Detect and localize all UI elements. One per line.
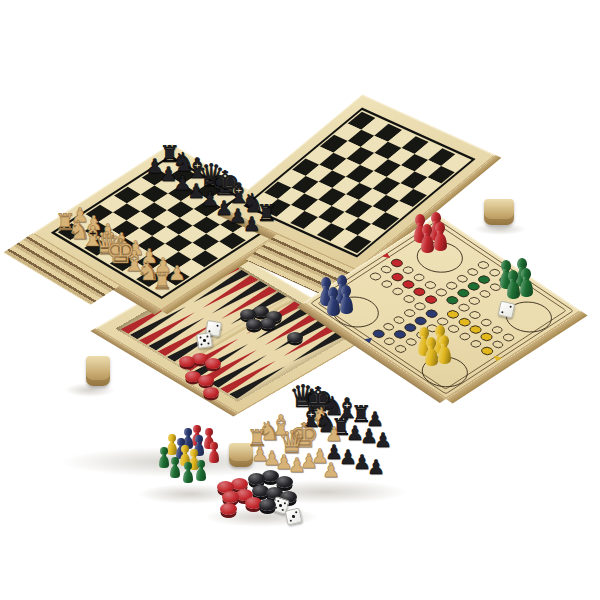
loose-disc-red[interactable]	[220, 503, 237, 515]
loose-chess-black-pawn[interactable]: ♟	[374, 430, 392, 450]
pawn-body	[340, 297, 353, 314]
ludo-pawn-yellow[interactable]	[438, 335, 451, 364]
chess-piece-black-p[interactable]: ♟	[243, 214, 261, 234]
ludo-pawn-blue[interactable]	[327, 287, 340, 316]
loose-disc-black[interactable]	[259, 499, 276, 511]
backgammon-disc-black[interactable]	[246, 319, 262, 330]
ludo-pawn-red[interactable]	[434, 222, 447, 251]
game-compendium-photo: ♜♞♟♝♟♛♟♚♟♝♟♞♟♜♟♟♟♟♜♟♞♟♝♟♛♟♚♟♝♟♞♜ ♛♚♞♝♜♟♞…	[0, 0, 600, 600]
die-pip	[278, 503, 281, 506]
loose-disc-black[interactable]	[248, 473, 265, 485]
ludo-pawn-yellow[interactable]	[425, 337, 438, 366]
ludo-pawn-blue[interactable]	[340, 285, 353, 314]
backgammon-disc-red[interactable]	[203, 387, 219, 398]
ludo-pawn-green[interactable]	[520, 268, 533, 297]
pawn-body	[196, 469, 206, 481]
loose-ludo-pawn-green[interactable]	[159, 447, 169, 468]
loose-disc-red[interactable]	[222, 491, 239, 503]
chess-piece-natural-r[interactable]: ♜	[152, 270, 173, 293]
backgammon-disc-red[interactable]	[205, 358, 221, 369]
ludo-pawn-green[interactable]	[507, 270, 520, 299]
pawn-body	[434, 234, 447, 251]
backgammon-disc-red[interactable]	[179, 356, 195, 367]
pawn-body	[421, 236, 434, 253]
pawn-body	[183, 471, 193, 483]
die-pip	[276, 499, 279, 502]
pawn-body	[327, 299, 340, 316]
loose-ludo-pawn-green[interactable]	[183, 462, 193, 483]
die-pip	[216, 324, 219, 327]
ludo-pawn-red[interactable]	[421, 224, 434, 253]
pawn-body	[159, 456, 169, 468]
loose-ludo-pawn-green[interactable]	[170, 457, 180, 478]
backgammon-disc-black[interactable]	[287, 332, 303, 343]
die-pip	[200, 343, 203, 346]
die-pip	[294, 510, 297, 513]
die-pip	[283, 501, 286, 504]
pawn-body	[520, 280, 533, 297]
backgammon-die[interactable]	[196, 332, 213, 349]
die-pip	[500, 310, 503, 313]
die-pip	[509, 305, 512, 308]
pawn-body	[507, 282, 520, 299]
pawn-body	[425, 349, 438, 366]
die-pip	[206, 335, 209, 338]
backgammon-disc-black[interactable]	[260, 318, 276, 329]
loose-disc-black[interactable]	[276, 476, 293, 488]
die-pip	[199, 336, 202, 339]
loose-chess-natural-pawn[interactable]: ♟	[288, 455, 306, 475]
die-pip	[203, 339, 206, 342]
stack-foot	[484, 199, 514, 225]
die-pip	[289, 519, 292, 522]
loose-ludo-pawn-green[interactable]	[196, 460, 206, 481]
pawn-body	[438, 347, 451, 364]
die-pip	[207, 342, 210, 345]
loose-ludo-pawn-red[interactable]	[209, 442, 219, 463]
loose-chess-black-pawn[interactable]: ♟	[367, 457, 385, 477]
loose-chess-natural-pawn[interactable]: ♟	[322, 460, 340, 480]
die-pip	[281, 508, 284, 511]
pawn-body	[209, 451, 219, 463]
ludo-die[interactable]	[497, 300, 515, 318]
box-foot-left	[86, 356, 110, 386]
die-pip	[292, 515, 295, 518]
loose-die[interactable]	[284, 507, 302, 525]
backgammon-disc-red[interactable]	[198, 375, 214, 386]
pawn-body	[170, 466, 180, 478]
